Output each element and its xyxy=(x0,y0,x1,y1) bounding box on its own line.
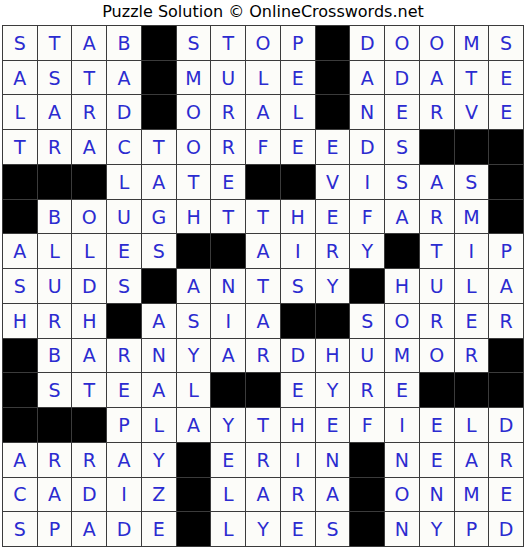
grid-cell[interactable]: S xyxy=(177,26,211,60)
grid-cell[interactable]: S xyxy=(281,269,315,303)
grid-cell[interactable]: Y xyxy=(350,234,384,268)
grid-cell[interactable]: S xyxy=(385,165,419,199)
grid-cell[interactable]: A xyxy=(385,200,419,234)
grid-cell[interactable]: R xyxy=(72,95,106,129)
grid-cell[interactable]: U xyxy=(107,200,141,234)
grid-cell[interactable]: P xyxy=(38,512,72,546)
grid-cell[interactable]: Y xyxy=(142,443,176,477)
grid-cell[interactable]: F xyxy=(350,200,384,234)
block-cell xyxy=(177,478,211,512)
grid-cell[interactable]: D xyxy=(350,26,384,60)
grid-cell[interactable]: T xyxy=(142,130,176,164)
grid-cell[interactable]: D xyxy=(107,512,141,546)
grid-cell[interactable]: E xyxy=(142,512,176,546)
grid-cell[interactable]: T xyxy=(211,200,245,234)
grid-cell[interactable]: F xyxy=(246,130,280,164)
grid-cell[interactable]: R xyxy=(420,304,454,338)
block-cell xyxy=(455,130,489,164)
grid-cell[interactable]: I xyxy=(107,478,141,512)
block-cell xyxy=(281,165,315,199)
grid-cell[interactable]: L xyxy=(142,408,176,442)
grid-cell[interactable]: L xyxy=(246,61,280,95)
grid-cell[interactable]: E xyxy=(489,61,523,95)
grid-cell[interactable]: A xyxy=(246,234,280,268)
grid-cell[interactable]: E xyxy=(316,408,350,442)
grid-cell[interactable]: O xyxy=(385,478,419,512)
grid-cell[interactable]: R xyxy=(107,339,141,373)
grid-cell[interactable]: T xyxy=(38,26,72,60)
grid-cell[interactable]: G xyxy=(142,200,176,234)
grid-cell[interactable]: R xyxy=(420,200,454,234)
grid-cell[interactable]: Z xyxy=(142,478,176,512)
grid-cell[interactable]: B xyxy=(107,26,141,60)
grid-cell[interactable]: A xyxy=(72,339,106,373)
crossword-grid: STABSTOPDOOMSASTAMULEADATELARDORALNERVET… xyxy=(2,25,524,547)
block-cell xyxy=(281,304,315,338)
grid-cell[interactable]: P xyxy=(107,408,141,442)
grid-cell[interactable]: N xyxy=(316,443,350,477)
grid-cell[interactable]: N xyxy=(385,443,419,477)
grid-cell[interactable]: H xyxy=(72,304,106,338)
grid-cell[interactable]: O xyxy=(177,95,211,129)
grid-cell[interactable]: V xyxy=(316,165,350,199)
grid-cell[interactable]: S xyxy=(3,26,37,60)
block-cell xyxy=(246,373,280,407)
grid-cell[interactable]: P xyxy=(489,234,523,268)
block-cell xyxy=(489,130,523,164)
block-cell xyxy=(211,234,245,268)
grid-cell[interactable]: D xyxy=(72,478,106,512)
grid-cell[interactable]: A xyxy=(38,95,72,129)
grid-cell[interactable]: L xyxy=(72,234,106,268)
grid-cell[interactable]: R xyxy=(316,234,350,268)
grid-cell[interactable]: I xyxy=(281,234,315,268)
grid-cell[interactable]: L xyxy=(107,165,141,199)
grid-cell[interactable]: S xyxy=(350,304,384,338)
grid-cell[interactable]: Y xyxy=(177,339,211,373)
block-cell xyxy=(489,165,523,199)
block-cell xyxy=(455,373,489,407)
grid-cell[interactable]: L xyxy=(38,234,72,268)
grid-cell[interactable]: A xyxy=(246,478,280,512)
block-cell xyxy=(385,234,419,268)
grid-cell[interactable]: T xyxy=(177,165,211,199)
block-cell xyxy=(420,130,454,164)
grid-cell[interactable]: R xyxy=(350,373,384,407)
grid-cell[interactable]: H xyxy=(177,200,211,234)
grid-cell[interactable]: T xyxy=(246,269,280,303)
block-cell xyxy=(177,234,211,268)
grid-cell[interactable]: A xyxy=(142,304,176,338)
block-cell xyxy=(350,443,384,477)
grid-cell[interactable]: D xyxy=(350,130,384,164)
grid-cell[interactable]: E xyxy=(420,443,454,477)
grid-cell[interactable]: B xyxy=(38,339,72,373)
grid-cell[interactable]: R xyxy=(420,95,454,129)
grid-cell[interactable]: H xyxy=(3,304,37,338)
grid-cell[interactable]: H xyxy=(385,269,419,303)
grid-cell[interactable]: S xyxy=(489,26,523,60)
grid-cell[interactable]: Y xyxy=(316,373,350,407)
block-cell xyxy=(177,512,211,546)
block-cell xyxy=(316,95,350,129)
grid-cell[interactable]: U xyxy=(350,339,384,373)
page-title: Puzzle Solution © OnlineCrosswords.net xyxy=(0,0,526,25)
grid-cell[interactable]: I xyxy=(385,408,419,442)
block-cell xyxy=(316,304,350,338)
grid-cell[interactable]: R xyxy=(455,339,489,373)
grid-cell[interactable]: A xyxy=(246,95,280,129)
block-cell xyxy=(350,478,384,512)
grid-cell[interactable]: O xyxy=(420,339,454,373)
grid-cell[interactable]: R xyxy=(211,130,245,164)
grid-cell[interactable]: S xyxy=(38,61,72,95)
grid-cell[interactable]: A xyxy=(3,443,37,477)
grid-cell[interactable]: E xyxy=(455,304,489,338)
grid-cell[interactable]: R xyxy=(246,443,280,477)
grid-cell[interactable]: O xyxy=(420,26,454,60)
grid-cell[interactable]: P xyxy=(281,26,315,60)
grid-cell[interactable]: R xyxy=(489,304,523,338)
grid-cell[interactable]: M xyxy=(455,478,489,512)
grid-cell[interactable]: Y xyxy=(246,512,280,546)
grid-cell[interactable]: M xyxy=(177,61,211,95)
grid-cell[interactable]: D xyxy=(107,95,141,129)
grid-cell[interactable]: H xyxy=(281,200,315,234)
grid-cell[interactable]: N xyxy=(385,512,419,546)
block-cell xyxy=(142,26,176,60)
grid-cell[interactable]: Y xyxy=(211,408,245,442)
grid-cell[interactable]: R xyxy=(246,339,280,373)
grid-cell[interactable]: S xyxy=(177,304,211,338)
grid-cell[interactable]: A xyxy=(489,269,523,303)
grid-cell[interactable]: R xyxy=(281,478,315,512)
grid-cell[interactable]: N xyxy=(142,339,176,373)
block-cell xyxy=(420,373,454,407)
grid-cell[interactable]: E xyxy=(281,373,315,407)
grid-cell[interactable]: A xyxy=(177,269,211,303)
grid-cell[interactable]: A xyxy=(72,26,106,60)
grid-cell[interactable]: S xyxy=(385,130,419,164)
grid-cell[interactable]: R xyxy=(38,304,72,338)
grid-cell[interactable]: U xyxy=(211,61,245,95)
grid-cell[interactable]: S xyxy=(316,512,350,546)
grid-cell[interactable]: A xyxy=(107,443,141,477)
grid-cell[interactable]: A xyxy=(420,165,454,199)
block-cell xyxy=(107,304,141,338)
grid-cell[interactable]: A xyxy=(246,304,280,338)
grid-cell[interactable]: A xyxy=(142,165,176,199)
block-cell xyxy=(3,408,37,442)
grid-cell[interactable]: I xyxy=(281,443,315,477)
grid-cell[interactable]: I xyxy=(211,304,245,338)
block-cell xyxy=(72,408,106,442)
grid-cell[interactable]: T xyxy=(72,61,106,95)
block-cell xyxy=(316,26,350,60)
grid-cell[interactable]: F xyxy=(350,408,384,442)
puzzle-solution-page: Puzzle Solution © OnlineCrosswords.net S… xyxy=(0,0,526,551)
grid-cell[interactable]: I xyxy=(350,165,384,199)
grid-cell[interactable]: A xyxy=(211,339,245,373)
grid-cell[interactable]: N xyxy=(420,478,454,512)
grid-cell[interactable]: U xyxy=(38,269,72,303)
grid-cell[interactable]: T xyxy=(72,373,106,407)
block-cell xyxy=(3,165,37,199)
grid-cell[interactable]: E xyxy=(385,95,419,129)
grid-cell[interactable]: T xyxy=(455,61,489,95)
grid-cell[interactable]: E xyxy=(489,478,523,512)
grid-cell[interactable]: L xyxy=(211,478,245,512)
grid-cell[interactable]: D xyxy=(489,512,523,546)
grid-cell[interactable]: E xyxy=(211,165,245,199)
block-cell xyxy=(38,165,72,199)
grid-cell[interactable]: R xyxy=(38,130,72,164)
block-cell xyxy=(489,373,523,407)
grid-cell[interactable]: A xyxy=(38,478,72,512)
grid-cell[interactable]: S xyxy=(38,373,72,407)
grid-cell[interactable]: S xyxy=(142,234,176,268)
grid-cell[interactable]: L xyxy=(177,373,211,407)
grid-cell[interactable]: B xyxy=(38,200,72,234)
block-cell xyxy=(177,443,211,477)
grid-cell[interactable]: R xyxy=(72,443,106,477)
grid-cell[interactable]: C xyxy=(107,130,141,164)
grid-cell[interactable]: L xyxy=(455,408,489,442)
block-cell xyxy=(211,373,245,407)
grid-cell[interactable]: Y xyxy=(420,512,454,546)
block-cell xyxy=(316,61,350,95)
block-cell xyxy=(350,512,384,546)
grid-cell[interactable]: D xyxy=(281,339,315,373)
block-cell xyxy=(38,408,72,442)
grid-cell[interactable]: R xyxy=(489,443,523,477)
grid-cell[interactable]: O xyxy=(246,26,280,60)
block-cell xyxy=(489,339,523,373)
grid-cell[interactable]: E xyxy=(107,373,141,407)
grid-cell[interactable]: O xyxy=(177,130,211,164)
grid-cell[interactable]: N xyxy=(211,269,245,303)
grid-cell[interactable]: O xyxy=(385,304,419,338)
grid-cell[interactable]: O xyxy=(385,26,419,60)
block-cell xyxy=(142,61,176,95)
block-cell xyxy=(142,269,176,303)
block-cell xyxy=(3,373,37,407)
grid-cell[interactable]: S xyxy=(3,269,37,303)
grid-cell[interactable]: O xyxy=(72,200,106,234)
grid-cell[interactable]: A xyxy=(3,61,37,95)
grid-cell[interactable]: A xyxy=(72,130,106,164)
grid-cell[interactable]: S xyxy=(455,165,489,199)
grid-cell[interactable]: A xyxy=(177,408,211,442)
grid-cell[interactable]: M xyxy=(385,339,419,373)
grid-cell[interactable]: E xyxy=(489,95,523,129)
block-cell xyxy=(3,200,37,234)
block-cell xyxy=(142,95,176,129)
grid-cell[interactable]: E xyxy=(107,234,141,268)
grid-cell[interactable]: A xyxy=(142,373,176,407)
grid-cell[interactable]: E xyxy=(316,130,350,164)
grid-cell[interactable]: D xyxy=(489,408,523,442)
grid-cell[interactable]: E xyxy=(281,61,315,95)
grid-cell[interactable]: P xyxy=(455,512,489,546)
grid-cell[interactable]: L xyxy=(211,512,245,546)
grid-cell[interactable]: E xyxy=(211,443,245,477)
grid-cell[interactable]: L xyxy=(281,95,315,129)
grid-cell[interactable]: M xyxy=(455,26,489,60)
grid-cell[interactable]: R xyxy=(38,443,72,477)
grid-cell[interactable]: A xyxy=(316,478,350,512)
grid-cell[interactable]: E xyxy=(420,408,454,442)
block-cell xyxy=(350,269,384,303)
grid-cell[interactable]: A xyxy=(107,61,141,95)
grid-cell[interactable]: M xyxy=(455,200,489,234)
grid-cell[interactable]: L xyxy=(3,95,37,129)
grid-cell[interactable]: Y xyxy=(316,269,350,303)
grid-cell[interactable]: E xyxy=(385,373,419,407)
block-cell xyxy=(246,165,280,199)
grid-cell[interactable]: A xyxy=(3,234,37,268)
grid-cell[interactable]: A xyxy=(72,512,106,546)
grid-cell[interactable]: T xyxy=(246,408,280,442)
grid-cell[interactable]: T xyxy=(3,130,37,164)
grid-cell[interactable]: T xyxy=(211,26,245,60)
grid-cell[interactable]: R xyxy=(211,95,245,129)
grid-cell[interactable]: V xyxy=(455,95,489,129)
grid-cell[interactable]: S xyxy=(3,512,37,546)
grid-cell[interactable]: L xyxy=(455,269,489,303)
grid-cell[interactable]: T xyxy=(246,200,280,234)
grid-cell[interactable]: T xyxy=(420,234,454,268)
block-cell xyxy=(3,339,37,373)
grid-cell[interactable]: A xyxy=(420,61,454,95)
grid-cell[interactable]: E xyxy=(281,130,315,164)
grid-cell[interactable]: I xyxy=(455,234,489,268)
grid-cell[interactable]: U xyxy=(420,269,454,303)
grid-cell[interactable]: E xyxy=(281,512,315,546)
grid-cell[interactable]: H xyxy=(281,408,315,442)
grid-cell[interactable]: H xyxy=(316,339,350,373)
block-cell xyxy=(72,165,106,199)
grid-cell[interactable]: N xyxy=(350,95,384,129)
grid-cell[interactable]: D xyxy=(72,269,106,303)
grid-cell[interactable]: A xyxy=(455,443,489,477)
grid-cell[interactable]: E xyxy=(316,200,350,234)
grid-cell[interactable]: D xyxy=(385,61,419,95)
grid-cell[interactable]: C xyxy=(3,478,37,512)
grid-cell[interactable]: S xyxy=(107,269,141,303)
grid-cell[interactable]: A xyxy=(350,61,384,95)
block-cell xyxy=(489,200,523,234)
